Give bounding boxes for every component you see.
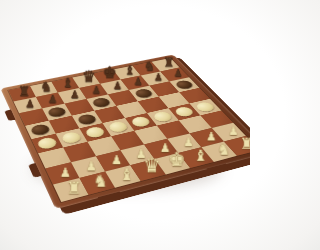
chess-board: ♜♞♝♛♚♝♞♜♟♟♟♟♟♟♟♟♟♟♟♟♟♟♟♟♜♞♝♛♚♝♞♜ xyxy=(8,58,250,202)
white-pawn: ♟ xyxy=(136,148,147,160)
light-checker-disc xyxy=(60,130,82,144)
black-pawn: ♟ xyxy=(48,93,58,104)
black-pawn: ♟ xyxy=(25,98,35,109)
square-e5 xyxy=(116,101,147,118)
white-knight: ♞ xyxy=(93,172,108,188)
black-pawn: ♟ xyxy=(70,89,79,100)
square-f3 xyxy=(157,120,190,138)
white-rook: ♜ xyxy=(66,179,81,196)
white-rook: ♜ xyxy=(240,135,250,150)
black-pawn: ♟ xyxy=(174,68,183,78)
product-photo: ♜♞♝♛♚♝♞♜♟♟♟♟♟♟♟♟♟♟♟♟♟♟♟♟♜♞♝♛♚♝♞♜ xyxy=(0,0,250,250)
black-rook: ♜ xyxy=(18,84,30,97)
square-a2: ♟ xyxy=(45,162,79,184)
board-foot xyxy=(28,162,42,177)
light-checker-disc xyxy=(173,105,196,117)
white-pawn: ♟ xyxy=(86,160,97,172)
light-checker-disc xyxy=(36,136,58,150)
white-pawn: ♟ xyxy=(60,166,71,179)
dark-checker-disc xyxy=(46,106,67,118)
light-checker-disc xyxy=(107,120,130,133)
black-rook: ♜ xyxy=(163,55,174,67)
dark-checker-disc xyxy=(30,123,52,136)
square-g4 xyxy=(168,103,200,120)
black-knight: ♞ xyxy=(40,80,52,93)
light-checker-disc xyxy=(194,101,217,113)
black-pawn: ♟ xyxy=(113,80,122,90)
white-pawn: ♟ xyxy=(183,136,194,148)
board-frame: ♜♞♝♛♚♝♞♜♟♟♟♟♟♟♟♟♟♟♟♟♟♟♟♟♜♞♝♛♚♝♞♜ xyxy=(0,54,250,209)
dark-checker-disc xyxy=(174,79,195,89)
light-checker-disc xyxy=(152,110,175,122)
white-pawn: ♟ xyxy=(111,154,122,166)
dark-checker-disc xyxy=(133,87,154,98)
light-checker-disc xyxy=(84,125,106,138)
black-pawn: ♟ xyxy=(92,84,101,94)
board-foot xyxy=(4,109,15,121)
square-g3 xyxy=(179,115,212,133)
dark-checker-disc xyxy=(76,113,98,125)
dark-checker-disc xyxy=(91,96,112,107)
light-checker-disc xyxy=(130,115,153,128)
chess-set-scene: ♜♞♝♛♚♝♞♜♟♟♟♟♟♟♟♟♟♟♟♟♟♟♟♟♜♞♝♛♚♝♞♜ xyxy=(0,54,250,209)
white-pawn: ♟ xyxy=(228,125,238,136)
black-pawn: ♟ xyxy=(134,76,143,86)
white-pawn: ♟ xyxy=(160,142,171,154)
